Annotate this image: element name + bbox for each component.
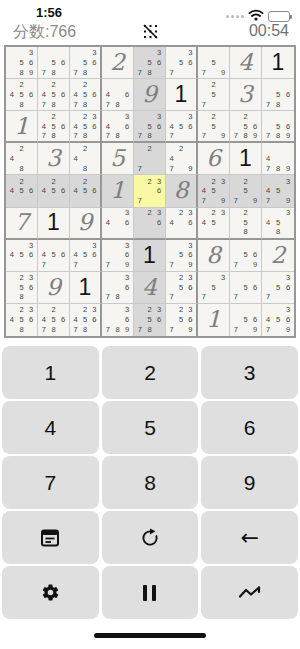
user-digit: 1 bbox=[175, 83, 188, 106]
cell-r1c6[interactable]: 3567 bbox=[166, 47, 198, 79]
left-arrow-icon: ← bbox=[240, 525, 258, 550]
digit-8-button[interactable]: 8 bbox=[102, 456, 199, 509]
cell-r5c6[interactable]: 8 bbox=[166, 175, 198, 207]
memo-button[interactable] bbox=[2, 511, 99, 564]
pencil-marks: 35678 bbox=[135, 48, 164, 77]
cell-r4c2[interactable]: 3 bbox=[38, 143, 70, 175]
given-digit: 6 bbox=[206, 147, 221, 170]
keypad: 1 2 3 4 5 6 7 8 9 ← bbox=[2, 346, 298, 619]
home-indicator[interactable] bbox=[94, 633, 206, 638]
given-digit: 7 bbox=[14, 211, 29, 234]
pencil-marks: 3567 bbox=[167, 48, 195, 77]
digit-6-button[interactable]: 6 bbox=[201, 401, 298, 454]
pause-button[interactable] bbox=[102, 566, 199, 619]
cell-r7c6[interactable]: 35679 bbox=[166, 240, 198, 272]
pencil-marks: 3458 bbox=[263, 209, 293, 237]
cell-r6c3[interactable]: 9 bbox=[70, 208, 102, 240]
pencil-marks: 36789 bbox=[103, 305, 132, 335]
user-digit: 1 bbox=[239, 147, 252, 170]
undo-button[interactable]: ← bbox=[201, 511, 298, 564]
cell-r7c5[interactable]: 1 bbox=[134, 240, 166, 272]
trend-line-icon bbox=[239, 586, 261, 600]
cell-r8c8[interactable]: 567 bbox=[230, 272, 262, 304]
cell-r7c9[interactable]: 2 bbox=[262, 240, 294, 272]
pencil-marks: 34579 bbox=[263, 176, 293, 205]
cell-r2c6[interactable]: 1 bbox=[166, 79, 198, 111]
given-digit: 5 bbox=[110, 147, 125, 170]
pause-icon bbox=[143, 585, 156, 601]
cell-r9c8[interactable]: 5679 bbox=[230, 304, 262, 336]
cell-r2c5[interactable]: 9 bbox=[134, 79, 166, 111]
pencil-marks: 35678 bbox=[71, 48, 99, 77]
cell-r9c9[interactable]: 345679 bbox=[262, 304, 294, 336]
pencil-marks: 245678 bbox=[39, 80, 68, 109]
user-digit: 1 bbox=[47, 211, 60, 234]
pencil-marks: 245678 bbox=[39, 112, 68, 140]
cell-r1c8[interactable]: 4 bbox=[230, 47, 262, 79]
digit-2-button[interactable]: 2 bbox=[102, 346, 199, 399]
given-digit: 8 bbox=[174, 179, 189, 202]
cell-r5c1[interactable]: 2456 bbox=[6, 175, 38, 207]
cell-r7c8[interactable]: 5679 bbox=[230, 240, 262, 272]
pencil-marks: 2579 bbox=[231, 176, 260, 205]
pencil-marks: 579 bbox=[199, 48, 228, 77]
refresh-icon bbox=[140, 528, 160, 548]
pencil-marks: 2367 bbox=[135, 176, 164, 205]
user-digit: 1 bbox=[79, 276, 92, 299]
cell-r9c5[interactable]: 235678 bbox=[134, 304, 166, 336]
cell-r5c5[interactable]: 2367 bbox=[134, 175, 166, 207]
pencil-marks: 5679 bbox=[231, 305, 260, 335]
digit-3-button[interactable]: 3 bbox=[201, 346, 298, 399]
event-note-icon bbox=[40, 528, 60, 548]
cell-r5c8[interactable]: 2579 bbox=[230, 175, 262, 207]
cell-r8c2[interactable]: 9 bbox=[38, 272, 70, 304]
pencil-marks: 2346 bbox=[167, 209, 195, 237]
pencil-marks: 23568 bbox=[7, 273, 36, 302]
cell-r4c9[interactable]: 4789 bbox=[262, 143, 294, 175]
cell-r1c9[interactable]: 1 bbox=[262, 47, 294, 79]
pencil-marks: 2579 bbox=[199, 112, 228, 140]
pencil-marks-off-icon[interactable] bbox=[143, 24, 158, 39]
cell-r2c4[interactable]: 4678 bbox=[102, 79, 134, 111]
user-digit: 1 bbox=[143, 244, 156, 267]
pencil-marks: 5678 bbox=[263, 80, 293, 109]
pencil-marks: 2456 bbox=[71, 176, 99, 205]
cell-r6c4[interactable]: 346 bbox=[102, 208, 134, 240]
timer-label: 00:54 bbox=[249, 22, 289, 40]
pencil-marks: 256789 bbox=[231, 112, 260, 140]
cell-r5c7[interactable]: 234579 bbox=[198, 175, 230, 207]
cell-r2c1[interactable]: 24568 bbox=[6, 79, 38, 111]
given-digit: 4 bbox=[142, 276, 157, 299]
cell-r3c8[interactable]: 256789 bbox=[230, 111, 262, 143]
cell-r1c3[interactable]: 35678 bbox=[70, 47, 102, 79]
cell-r5c3[interactable]: 2456 bbox=[70, 175, 102, 207]
cell-r3c1[interactable]: 1 bbox=[6, 111, 38, 143]
pencil-marks: 23567 bbox=[167, 273, 195, 302]
cell-r3c2[interactable]: 245678 bbox=[38, 111, 70, 143]
cell-r2c3[interactable]: 245678 bbox=[70, 79, 102, 111]
pencil-marks: 357 bbox=[199, 273, 228, 302]
pencil-marks: 3679 bbox=[103, 241, 132, 270]
cell-r2c2[interactable]: 245678 bbox=[38, 79, 70, 111]
pencil-marks: 2479 bbox=[167, 144, 195, 173]
cell-r7c1[interactable]: 3456 bbox=[6, 240, 38, 272]
pencil-marks: 2456 bbox=[7, 176, 36, 205]
cell-r1c7[interactable]: 579 bbox=[198, 47, 230, 79]
pencil-marks: 248 bbox=[71, 144, 99, 173]
pencil-marks: 345679 bbox=[263, 305, 293, 335]
cell-r4c1[interactable]: 248 bbox=[6, 143, 38, 175]
pencil-marks: 346 bbox=[103, 209, 132, 237]
cell-r5c9[interactable]: 34579 bbox=[262, 175, 294, 207]
cell-r4c5[interactable]: 27 bbox=[134, 143, 166, 175]
cell-r1c2[interactable]: 5678 bbox=[38, 47, 70, 79]
pencil-marks: 34678 bbox=[103, 112, 132, 140]
pencil-marks: 245678 bbox=[39, 305, 68, 335]
sudoku-grid[interactable]: 3568956783567823567835675794124568245678… bbox=[4, 45, 296, 338]
pencil-marks: 56789 bbox=[263, 112, 293, 140]
given-digit: 2 bbox=[110, 51, 125, 74]
pencil-marks: 3456 bbox=[7, 241, 36, 270]
pencil-marks: 5679 bbox=[231, 241, 260, 270]
user-digit: 1 bbox=[272, 51, 285, 74]
cell-r9c7[interactable]: 1 bbox=[198, 304, 230, 336]
pencil-marks: 567 bbox=[231, 273, 260, 302]
cell-r9c3[interactable]: 2345678 bbox=[70, 304, 102, 336]
pencil-marks: 3567 bbox=[263, 273, 293, 302]
pencil-marks: 235679 bbox=[167, 305, 195, 335]
cell-r3c7[interactable]: 2579 bbox=[198, 111, 230, 143]
cell-r6c2[interactable]: 1 bbox=[38, 208, 70, 240]
pencil-marks: 34567 bbox=[71, 241, 99, 270]
cell-r3c9[interactable]: 56789 bbox=[262, 111, 294, 143]
pencil-marks: 3678 bbox=[103, 273, 132, 302]
given-digit: 4 bbox=[238, 51, 253, 74]
cell-r3c3[interactable]: 2345678 bbox=[70, 111, 102, 143]
cell-r9c1[interactable]: 234568 bbox=[6, 304, 38, 336]
pencil-marks: 248 bbox=[7, 144, 36, 173]
game-header: 分数:766 00:54 bbox=[0, 20, 300, 44]
clock-time: 1:56 bbox=[36, 5, 62, 20]
given-digit: 1 bbox=[110, 179, 125, 202]
pencil-marks: 24568 bbox=[7, 80, 36, 109]
cell-r1c5[interactable]: 35678 bbox=[134, 47, 166, 79]
cell-r3c6[interactable]: 34567 bbox=[166, 111, 198, 143]
cell-r6c7[interactable]: 2345 bbox=[198, 208, 230, 240]
pencil-marks: 35679 bbox=[167, 241, 195, 270]
pencil-marks: 35678 bbox=[135, 112, 164, 140]
digit-1-button[interactable]: 1 bbox=[2, 346, 99, 399]
pencil-marks: 234568 bbox=[7, 305, 36, 335]
given-digit: 1 bbox=[14, 115, 29, 138]
pencil-marks: 35689 bbox=[7, 48, 36, 77]
given-digit: 1 bbox=[206, 308, 221, 331]
cell-r6c9[interactable]: 3458 bbox=[262, 208, 294, 240]
cell-r8c3[interactable]: 1 bbox=[70, 272, 102, 304]
cell-r7c3[interactable]: 34567 bbox=[70, 240, 102, 272]
cell-r7c7[interactable]: 8 bbox=[198, 240, 230, 272]
given-digit: 9 bbox=[46, 276, 61, 299]
pencil-marks: 27 bbox=[135, 144, 164, 173]
cell-r8c7[interactable]: 357 bbox=[198, 272, 230, 304]
digit-5-button[interactable]: 5 bbox=[102, 401, 199, 454]
given-digit: 3 bbox=[46, 147, 61, 170]
pencil-marks: 257 bbox=[199, 80, 228, 109]
cell-r7c4[interactable]: 3679 bbox=[102, 240, 134, 272]
cell-r3c4[interactable]: 34678 bbox=[102, 111, 134, 143]
cell-r3c5[interactable]: 35678 bbox=[134, 111, 166, 143]
pencil-marks: 4678 bbox=[103, 80, 132, 109]
stats-button[interactable] bbox=[201, 566, 298, 619]
settings-button[interactable] bbox=[2, 566, 99, 619]
redo-button[interactable] bbox=[102, 511, 199, 564]
cell-r8c1[interactable]: 23568 bbox=[6, 272, 38, 304]
pencil-marks: 2345 bbox=[199, 209, 228, 237]
cell-r9c4[interactable]: 36789 bbox=[102, 304, 134, 336]
pencil-marks: 2345678 bbox=[71, 112, 99, 140]
cell-r5c4[interactable]: 1 bbox=[102, 175, 134, 207]
cell-r2c8[interactable]: 3 bbox=[230, 79, 262, 111]
digit-9-button[interactable]: 9 bbox=[201, 456, 298, 509]
given-digit: 8 bbox=[206, 244, 221, 267]
pencil-marks: 235678 bbox=[135, 305, 164, 335]
cell-r1c1[interactable]: 35689 bbox=[6, 47, 38, 79]
cell-r2c9[interactable]: 5678 bbox=[262, 79, 294, 111]
score-label: 分数:766 bbox=[13, 22, 76, 43]
cell-r6c6[interactable]: 2346 bbox=[166, 208, 198, 240]
cell-r8c6[interactable]: 23567 bbox=[166, 272, 198, 304]
pencil-marks: 5678 bbox=[39, 48, 68, 77]
cell-r6c5[interactable]: 236 bbox=[134, 208, 166, 240]
given-digit: 3 bbox=[238, 83, 253, 106]
pencil-marks: 4567 bbox=[39, 241, 68, 270]
cell-r6c1[interactable]: 7 bbox=[6, 208, 38, 240]
cell-r4c4[interactable]: 5 bbox=[102, 143, 134, 175]
status-bar: 1:56 bbox=[0, 0, 300, 22]
digit-7-button[interactable]: 7 bbox=[2, 456, 99, 509]
cell-r9c6[interactable]: 235679 bbox=[166, 304, 198, 336]
pencil-marks: 236 bbox=[135, 209, 164, 237]
cell-r6c8[interactable]: 258 bbox=[230, 208, 262, 240]
cell-r8c4[interactable]: 3678 bbox=[102, 272, 134, 304]
gear-icon bbox=[41, 583, 60, 602]
given-digit: 9 bbox=[142, 83, 157, 106]
cell-r4c7[interactable]: 6 bbox=[198, 143, 230, 175]
cell-r4c8[interactable]: 1 bbox=[230, 143, 262, 175]
cell-r8c5[interactable]: 4 bbox=[134, 272, 166, 304]
digit-4-button[interactable]: 4 bbox=[2, 401, 99, 454]
cell-r8c9[interactable]: 3567 bbox=[262, 272, 294, 304]
pencil-marks: 34567 bbox=[167, 112, 195, 140]
given-digit: 2 bbox=[271, 244, 286, 267]
cell-r2c7[interactable]: 257 bbox=[198, 79, 230, 111]
pencil-marks: 245678 bbox=[71, 80, 99, 109]
cell-r5c2[interactable]: 2456 bbox=[38, 175, 70, 207]
cell-r7c2[interactable]: 4567 bbox=[38, 240, 70, 272]
pencil-marks: 234579 bbox=[199, 176, 228, 205]
cell-r4c6[interactable]: 2479 bbox=[166, 143, 198, 175]
pencil-marks: 258 bbox=[231, 209, 260, 237]
pencil-marks: 4789 bbox=[263, 144, 293, 173]
pencil-marks: 2456 bbox=[39, 176, 68, 205]
cell-r1c4[interactable]: 2 bbox=[102, 47, 134, 79]
cell-r4c3[interactable]: 248 bbox=[70, 143, 102, 175]
pencil-marks: 2345678 bbox=[71, 305, 99, 335]
cell-r9c2[interactable]: 245678 bbox=[38, 304, 70, 336]
cellular-dots-icon bbox=[226, 15, 244, 18]
given-digit: 9 bbox=[78, 211, 93, 234]
